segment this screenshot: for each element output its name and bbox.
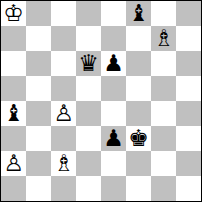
black-bishop[interactable]: ♝ — [3, 101, 24, 126]
square-d6[interactable]: ♛ — [76, 51, 101, 76]
square-b6[interactable] — [26, 51, 51, 76]
square-g2[interactable] — [151, 151, 176, 176]
square-b3[interactable] — [26, 126, 51, 151]
square-f8[interactable]: ♝ — [126, 1, 151, 26]
square-e2[interactable] — [101, 151, 126, 176]
square-a1[interactable] — [1, 176, 26, 201]
square-h5[interactable] — [176, 76, 201, 101]
square-f7[interactable] — [126, 26, 151, 51]
white-pawn[interactable]: ♙ — [53, 101, 74, 126]
square-f5[interactable] — [126, 76, 151, 101]
square-c6[interactable] — [51, 51, 76, 76]
chess-board: ♔♝♗♛♟♝♙♟♚♙♗ — [0, 0, 202, 202]
square-c3[interactable] — [51, 126, 76, 151]
black-pawn[interactable]: ♟ — [103, 51, 124, 76]
square-c7[interactable] — [51, 26, 76, 51]
square-b4[interactable] — [26, 101, 51, 126]
square-e7[interactable] — [101, 26, 126, 51]
black-king[interactable]: ♚ — [128, 126, 149, 151]
square-a3[interactable] — [1, 126, 26, 151]
square-b7[interactable] — [26, 26, 51, 51]
square-a5[interactable] — [1, 76, 26, 101]
square-g5[interactable] — [151, 76, 176, 101]
square-d4[interactable] — [76, 101, 101, 126]
white-pawn[interactable]: ♙ — [3, 151, 24, 176]
square-c5[interactable] — [51, 76, 76, 101]
square-e4[interactable] — [101, 101, 126, 126]
square-f2[interactable] — [126, 151, 151, 176]
white-bishop[interactable]: ♗ — [153, 26, 174, 51]
square-a8[interactable]: ♔ — [1, 1, 26, 26]
square-d8[interactable] — [76, 1, 101, 26]
square-h8[interactable] — [176, 1, 201, 26]
square-g4[interactable] — [151, 101, 176, 126]
square-h7[interactable] — [176, 26, 201, 51]
square-c8[interactable] — [51, 1, 76, 26]
square-h2[interactable] — [176, 151, 201, 176]
square-g6[interactable] — [151, 51, 176, 76]
white-king[interactable]: ♔ — [3, 1, 24, 26]
square-d3[interactable] — [76, 126, 101, 151]
black-queen[interactable]: ♛ — [78, 51, 99, 76]
square-f3[interactable]: ♚ — [126, 126, 151, 151]
square-d2[interactable] — [76, 151, 101, 176]
square-h6[interactable] — [176, 51, 201, 76]
square-f4[interactable] — [126, 101, 151, 126]
square-h1[interactable] — [176, 176, 201, 201]
square-e1[interactable] — [101, 176, 126, 201]
square-a2[interactable]: ♙ — [1, 151, 26, 176]
square-a4[interactable]: ♝ — [1, 101, 26, 126]
square-c1[interactable] — [51, 176, 76, 201]
square-h4[interactable] — [176, 101, 201, 126]
square-c2[interactable]: ♗ — [51, 151, 76, 176]
square-e8[interactable] — [101, 1, 126, 26]
white-bishop[interactable]: ♗ — [53, 151, 74, 176]
square-h3[interactable] — [176, 126, 201, 151]
square-g1[interactable] — [151, 176, 176, 201]
square-d7[interactable] — [76, 26, 101, 51]
square-f6[interactable] — [126, 51, 151, 76]
square-b1[interactable] — [26, 176, 51, 201]
square-e6[interactable]: ♟ — [101, 51, 126, 76]
square-a6[interactable] — [1, 51, 26, 76]
square-d5[interactable] — [76, 76, 101, 101]
square-e3[interactable]: ♟ — [101, 126, 126, 151]
square-f1[interactable] — [126, 176, 151, 201]
square-c4[interactable]: ♙ — [51, 101, 76, 126]
square-g8[interactable] — [151, 1, 176, 26]
square-d1[interactable] — [76, 176, 101, 201]
square-b5[interactable] — [26, 76, 51, 101]
square-e5[interactable] — [101, 76, 126, 101]
square-g3[interactable] — [151, 126, 176, 151]
square-a7[interactable] — [1, 26, 26, 51]
square-b2[interactable] — [26, 151, 51, 176]
black-pawn[interactable]: ♟ — [103, 126, 124, 151]
black-bishop[interactable]: ♝ — [128, 1, 149, 26]
square-b8[interactable] — [26, 1, 51, 26]
square-g7[interactable]: ♗ — [151, 26, 176, 51]
